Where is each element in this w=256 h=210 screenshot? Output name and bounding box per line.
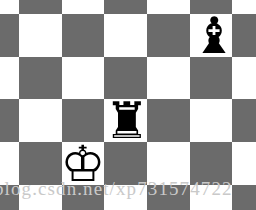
board-square xyxy=(62,185,105,210)
board-square xyxy=(104,57,147,100)
board-square xyxy=(104,142,147,185)
board-square xyxy=(19,14,62,57)
board-square xyxy=(0,0,19,14)
board-square: ♔ xyxy=(62,142,105,185)
board-square xyxy=(104,185,147,210)
board-square: ♝ xyxy=(190,14,233,57)
black-bishop: ♝ xyxy=(192,15,237,58)
board-square xyxy=(19,185,62,210)
board-square xyxy=(232,142,256,185)
board-square xyxy=(190,57,233,100)
board-square xyxy=(232,14,256,57)
board-square: ♜ xyxy=(104,99,147,142)
white-king: ♔ xyxy=(61,143,106,186)
board-square xyxy=(147,99,190,142)
board-square xyxy=(0,57,19,100)
board-square xyxy=(190,0,233,14)
board-square xyxy=(190,142,233,185)
chess-diagram-screenshot: ♝♜♔ blog.csdn.net/xp731574722 xyxy=(0,0,256,210)
board-square xyxy=(147,142,190,185)
black-rook: ♜ xyxy=(104,100,149,143)
board-square xyxy=(147,185,190,210)
board-square xyxy=(0,142,19,185)
board-square xyxy=(147,14,190,57)
board-square xyxy=(0,14,19,57)
board-square xyxy=(62,14,105,57)
board-square xyxy=(19,57,62,100)
board-square xyxy=(19,142,62,185)
board-square xyxy=(147,57,190,100)
chess-board: ♝♜♔ xyxy=(0,0,256,210)
board-square xyxy=(19,0,62,14)
board-square xyxy=(62,99,105,142)
board-square xyxy=(190,185,233,210)
board-square xyxy=(232,185,256,210)
board-square xyxy=(104,14,147,57)
board-square xyxy=(190,99,233,142)
board-square xyxy=(232,57,256,100)
board-square xyxy=(232,0,256,14)
board-square xyxy=(232,99,256,142)
board-square xyxy=(147,0,190,14)
board-square xyxy=(62,57,105,100)
board-square xyxy=(19,99,62,142)
board-square xyxy=(104,0,147,14)
board-square xyxy=(0,99,19,142)
board-square xyxy=(0,185,19,210)
board-square xyxy=(62,0,105,14)
